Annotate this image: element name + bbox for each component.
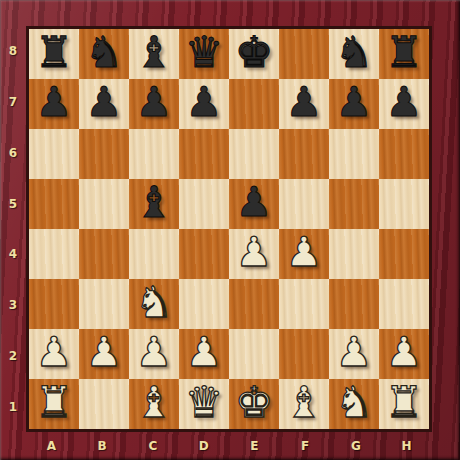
square-h5[interactable] xyxy=(379,179,429,229)
file-label-d: D xyxy=(178,432,229,460)
rank-label-1: 1 xyxy=(0,381,26,432)
piece-black-rook[interactable]: ♜ xyxy=(29,29,79,79)
square-d7[interactable]: ♟ xyxy=(179,79,229,129)
piece-white-pawn[interactable]: ♟ xyxy=(229,229,279,279)
file-label-h: H xyxy=(381,432,432,460)
square-h6[interactable] xyxy=(379,129,429,179)
square-d4[interactable] xyxy=(179,229,229,279)
square-a3[interactable] xyxy=(29,279,79,329)
piece-black-pawn[interactable]: ♟ xyxy=(79,79,129,129)
piece-black-king[interactable]: ♚ xyxy=(229,29,279,79)
piece-white-rook[interactable]: ♜ xyxy=(379,379,429,429)
square-g7[interactable]: ♟ xyxy=(329,79,379,129)
piece-white-pawn[interactable]: ♟ xyxy=(179,329,229,379)
square-e6[interactable] xyxy=(229,129,279,179)
square-d6[interactable] xyxy=(179,129,229,179)
piece-white-pawn[interactable]: ♟ xyxy=(29,329,79,379)
square-a1[interactable]: ♜ xyxy=(29,379,79,429)
file-label-c: C xyxy=(128,432,179,460)
piece-black-pawn[interactable]: ♟ xyxy=(229,179,279,229)
square-f8[interactable] xyxy=(279,29,329,79)
piece-black-pawn[interactable]: ♟ xyxy=(179,79,229,129)
piece-black-bishop[interactable]: ♝ xyxy=(129,29,179,79)
square-c3[interactable]: ♞ xyxy=(129,279,179,329)
square-g3[interactable] xyxy=(329,279,379,329)
piece-white-bishop[interactable]: ♝ xyxy=(279,379,329,429)
piece-black-knight[interactable]: ♞ xyxy=(79,29,129,79)
piece-black-queen[interactable]: ♛ xyxy=(179,29,229,79)
piece-white-pawn[interactable]: ♟ xyxy=(329,329,379,379)
square-h3[interactable] xyxy=(379,279,429,329)
piece-black-knight[interactable]: ♞ xyxy=(329,29,379,79)
square-g6[interactable] xyxy=(329,129,379,179)
square-f7[interactable]: ♟ xyxy=(279,79,329,129)
file-label-a: A xyxy=(26,432,77,460)
square-d5[interactable] xyxy=(179,179,229,229)
square-e4[interactable]: ♟ xyxy=(229,229,279,279)
file-label-b: B xyxy=(77,432,128,460)
square-f5[interactable] xyxy=(279,179,329,229)
square-e2[interactable] xyxy=(229,329,279,379)
square-h4[interactable] xyxy=(379,229,429,279)
piece-white-bishop[interactable]: ♝ xyxy=(129,379,179,429)
rank-label-6: 6 xyxy=(0,128,26,179)
square-h2[interactable]: ♟ xyxy=(379,329,429,379)
piece-white-rook[interactable]: ♜ xyxy=(29,379,79,429)
file-labels: ABCDEFGH xyxy=(26,432,432,460)
file-label-f: F xyxy=(280,432,331,460)
square-d2[interactable]: ♟ xyxy=(179,329,229,379)
square-f3[interactable] xyxy=(279,279,329,329)
piece-black-pawn[interactable]: ♟ xyxy=(129,79,179,129)
square-e5[interactable]: ♟ xyxy=(229,179,279,229)
square-b3[interactable] xyxy=(79,279,129,329)
square-b6[interactable] xyxy=(79,129,129,179)
piece-white-pawn[interactable]: ♟ xyxy=(129,329,179,379)
square-a7[interactable]: ♟ xyxy=(29,79,79,129)
square-g5[interactable] xyxy=(329,179,379,229)
piece-white-pawn[interactable]: ♟ xyxy=(79,329,129,379)
piece-black-pawn[interactable]: ♟ xyxy=(329,79,379,129)
rank-label-7: 7 xyxy=(0,77,26,128)
square-f4[interactable]: ♟ xyxy=(279,229,329,279)
square-c6[interactable] xyxy=(129,129,179,179)
square-e7[interactable] xyxy=(229,79,279,129)
square-d3[interactable] xyxy=(179,279,229,329)
piece-white-queen[interactable]: ♛ xyxy=(179,379,229,429)
rank-label-3: 3 xyxy=(0,280,26,331)
square-b5[interactable] xyxy=(79,179,129,229)
square-f1[interactable]: ♝ xyxy=(279,379,329,429)
chess-board[interactable]: ♜♞♝♛♚♞♜♟♟♟♟♟♟♟♝♟♟♟♞♟♟♟♟♟♟♜♝♛♚♝♞♜ xyxy=(26,26,432,432)
square-d1[interactable]: ♛ xyxy=(179,379,229,429)
piece-black-pawn[interactable]: ♟ xyxy=(29,79,79,129)
square-e3[interactable] xyxy=(229,279,279,329)
square-a6[interactable] xyxy=(29,129,79,179)
square-e8[interactable]: ♚ xyxy=(229,29,279,79)
square-b2[interactable]: ♟ xyxy=(79,329,129,379)
square-b8[interactable]: ♞ xyxy=(79,29,129,79)
piece-white-knight[interactable]: ♞ xyxy=(129,279,179,329)
square-g1[interactable]: ♞ xyxy=(329,379,379,429)
square-f2[interactable] xyxy=(279,329,329,379)
piece-black-bishop[interactable]: ♝ xyxy=(129,179,179,229)
square-h8[interactable]: ♜ xyxy=(379,29,429,79)
square-a4[interactable] xyxy=(29,229,79,279)
file-label-e: E xyxy=(229,432,280,460)
rank-label-2: 2 xyxy=(0,331,26,382)
square-e1[interactable]: ♚ xyxy=(229,379,279,429)
square-a2[interactable]: ♟ xyxy=(29,329,79,379)
square-b4[interactable] xyxy=(79,229,129,279)
square-g2[interactable]: ♟ xyxy=(329,329,379,379)
square-h7[interactable]: ♟ xyxy=(379,79,429,129)
square-g8[interactable]: ♞ xyxy=(329,29,379,79)
square-h1[interactable]: ♜ xyxy=(379,379,429,429)
file-label-g: G xyxy=(331,432,382,460)
square-g4[interactable] xyxy=(329,229,379,279)
piece-white-pawn[interactable]: ♟ xyxy=(279,229,329,279)
square-c2[interactable]: ♟ xyxy=(129,329,179,379)
square-b7[interactable]: ♟ xyxy=(79,79,129,129)
rank-label-8: 8 xyxy=(0,26,26,77)
square-c5[interactable]: ♝ xyxy=(129,179,179,229)
square-c8[interactable]: ♝ xyxy=(129,29,179,79)
piece-black-rook[interactable]: ♜ xyxy=(379,29,429,79)
square-a5[interactable] xyxy=(29,179,79,229)
square-c4[interactable] xyxy=(129,229,179,279)
square-b1[interactable] xyxy=(79,379,129,429)
chess-board-frame: ♜♞♝♛♚♞♜♟♟♟♟♟♟♟♝♟♟♟♞♟♟♟♟♟♟♜♝♛♚♝♞♜ 8765432… xyxy=(0,0,460,460)
square-c7[interactable]: ♟ xyxy=(129,79,179,129)
piece-white-pawn[interactable]: ♟ xyxy=(379,329,429,379)
rank-labels: 87654321 xyxy=(0,26,26,432)
square-d8[interactable]: ♛ xyxy=(179,29,229,79)
piece-white-knight[interactable]: ♞ xyxy=(329,379,379,429)
piece-white-king[interactable]: ♚ xyxy=(229,379,279,429)
rank-label-5: 5 xyxy=(0,178,26,229)
piece-black-pawn[interactable]: ♟ xyxy=(279,79,329,129)
square-f6[interactable] xyxy=(279,129,329,179)
piece-black-pawn[interactable]: ♟ xyxy=(379,79,429,129)
rank-label-4: 4 xyxy=(0,229,26,280)
square-a8[interactable]: ♜ xyxy=(29,29,79,79)
square-c1[interactable]: ♝ xyxy=(129,379,179,429)
